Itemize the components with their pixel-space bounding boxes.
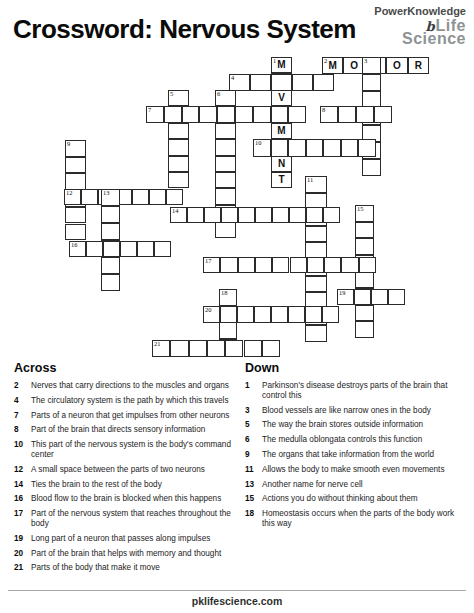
grid-cell[interactable] xyxy=(271,139,289,157)
clue-number-label: 16 xyxy=(71,242,78,249)
worksheet-page: Crossword: Nervous System PowerKnowledge… xyxy=(0,0,474,613)
grid-cell[interactable] xyxy=(220,306,237,323)
clue-item-number: 21 xyxy=(14,563,31,573)
grid-cell[interactable] xyxy=(324,257,341,273)
clue-item-number: 19 xyxy=(14,534,31,544)
grid-cell[interactable]: R xyxy=(408,57,429,74)
grid-cell[interactable] xyxy=(101,257,120,274)
clue-item: 6The medulla oblongata controls this fun… xyxy=(245,435,469,445)
grid-cell[interactable] xyxy=(362,159,381,176)
footer-divider xyxy=(8,590,466,591)
grid-cell[interactable] xyxy=(103,241,120,257)
grid-cell[interactable] xyxy=(207,340,225,357)
clue-item: 8Part of the brain that directs sensory … xyxy=(14,425,238,435)
grid-cell[interactable] xyxy=(271,306,288,323)
clue-item-text: A small space between the parts of two n… xyxy=(31,465,236,475)
grid-cell[interactable] xyxy=(149,189,166,205)
footer-site-text: pklifescience.com xyxy=(0,595,474,607)
grid-cell[interactable] xyxy=(221,207,238,223)
grid-cell[interactable] xyxy=(290,257,307,273)
clue-item-number: 8 xyxy=(14,425,31,435)
clue-number-label: 9 xyxy=(67,141,70,148)
grid-cell[interactable] xyxy=(355,321,374,338)
clue-item-text: Another name for nerve cell xyxy=(262,480,467,490)
grid-cell[interactable]: M xyxy=(271,123,292,139)
grid-cell[interactable] xyxy=(204,207,221,223)
grid-cell[interactable] xyxy=(272,207,289,223)
grid-cell[interactable] xyxy=(170,340,188,357)
clue-number-label: 15 xyxy=(357,206,364,213)
grid-cell[interactable] xyxy=(65,224,86,241)
clue-number-label: 20 xyxy=(205,307,212,314)
grid-cell[interactable] xyxy=(288,139,306,157)
grid-letter: O xyxy=(393,61,401,71)
grid-cell[interactable]: V xyxy=(271,90,292,106)
clue-item-text: Blood vessels are like narrow ones in th… xyxy=(262,406,467,416)
grid-cell[interactable] xyxy=(305,306,322,323)
clue-number-label: 13 xyxy=(103,190,110,197)
clue-item-number: 7 xyxy=(14,411,31,421)
clue-item-number: 4 xyxy=(14,396,31,406)
clue-number-label: 4 xyxy=(231,75,234,82)
grid-cell[interactable] xyxy=(237,306,254,323)
grid-cell[interactable] xyxy=(362,74,381,91)
grid-cell[interactable] xyxy=(101,223,120,240)
grid-cell[interactable] xyxy=(306,207,323,223)
grid-cell[interactable] xyxy=(262,340,280,357)
grid-cell[interactable] xyxy=(217,106,235,123)
clue-item: 16Blood flow to the brain is blocked whe… xyxy=(14,494,238,504)
grid-cell[interactable] xyxy=(244,340,262,357)
grid-cell[interactable] xyxy=(199,106,217,123)
grid-cell[interactable]: T xyxy=(271,172,292,188)
clue-item-number: 12 xyxy=(14,465,31,475)
clue-number-label: 3 xyxy=(364,58,367,65)
grid-letter: V xyxy=(278,93,285,103)
clue-item-number: 3 xyxy=(245,406,262,416)
clue-item-text: The medulla oblongata controls this func… xyxy=(262,435,467,445)
clue-item-number: 17 xyxy=(14,509,31,529)
down-clue-column: Down 1Parkinson's disease destroys parts… xyxy=(245,358,469,534)
grid-cell[interactable]: N xyxy=(271,155,292,171)
grid-cell[interactable] xyxy=(65,157,86,174)
clue-number-label: 5 xyxy=(170,91,173,98)
grid-cell[interactable] xyxy=(374,106,392,123)
grid-letter: N xyxy=(278,159,285,169)
grid-cell[interactable] xyxy=(305,325,327,342)
clue-item: 1Parkinson's disease destroys parts of t… xyxy=(245,381,469,401)
grid-cell[interactable] xyxy=(323,139,341,157)
grid-cell[interactable] xyxy=(358,139,376,157)
grid-cell[interactable] xyxy=(253,106,271,123)
grid-cell[interactable] xyxy=(182,106,200,123)
clue-number-label: 14 xyxy=(172,208,179,215)
grid-cell[interactable] xyxy=(359,257,376,273)
clue-item-number: 6 xyxy=(245,435,262,445)
grid-cell[interactable] xyxy=(338,106,356,123)
clue-item-text: Parts of a neuron that get impulses from… xyxy=(31,411,236,421)
clue-item-number: 13 xyxy=(245,480,262,490)
clue-item: 7Parts of a neuron that get impulses fro… xyxy=(14,411,238,421)
grid-cell[interactable] xyxy=(219,322,237,339)
grid-cell[interactable] xyxy=(238,207,255,223)
clue-item: 3Blood vessels are like narrow ones in t… xyxy=(245,406,469,416)
grid-cell[interactable] xyxy=(355,305,374,322)
grid-cell[interactable] xyxy=(215,188,236,204)
clue-number-label: 21 xyxy=(154,341,161,348)
clue-number-label: 6 xyxy=(217,91,220,98)
clue-item-number: 5 xyxy=(245,420,262,430)
grid-cell[interactable] xyxy=(164,106,182,123)
clue-item: 21Parts of the body that make it move xyxy=(14,563,238,573)
grid-cell[interactable] xyxy=(371,289,388,305)
clue-item-text: Actions you do without thinking about th… xyxy=(262,494,467,504)
grid-cell[interactable] xyxy=(292,74,313,91)
grid-cell[interactable] xyxy=(354,289,371,305)
clue-item-text: Nerves that carry directions to the musc… xyxy=(31,381,236,391)
down-clue-list: 1Parkinson's disease destroys parts of t… xyxy=(245,381,469,529)
clue-item: 20Part of the brain that helps with memo… xyxy=(14,549,238,559)
clue-item-number: 11 xyxy=(245,465,262,475)
clue-item-text: Parts of the body that make it move xyxy=(31,563,236,573)
clue-number-label: 11 xyxy=(307,177,313,184)
grid-cell[interactable] xyxy=(313,74,334,91)
clue-number-label: 12 xyxy=(66,190,73,197)
grid-letter: O xyxy=(350,61,358,71)
grid-cell[interactable] xyxy=(323,207,340,223)
grid-cell[interactable] xyxy=(86,241,103,257)
clue-item: 5The way the brain stores outside inform… xyxy=(245,420,469,430)
clue-item-number: 1 xyxy=(245,381,262,401)
grid-cell[interactable] xyxy=(215,172,236,188)
clue-item: 4The circulatory system is the path by w… xyxy=(14,396,238,406)
grid-cell[interactable]: O xyxy=(386,57,407,74)
clue-item: 17Part of the nervous system that reache… xyxy=(14,509,238,529)
grid-cell[interactable] xyxy=(168,123,189,139)
clue-item: 15Actions you do without thinking about … xyxy=(245,494,469,504)
across-clue-list: 2Nerves that carry directions to the mus… xyxy=(14,381,238,573)
grid-cell[interactable] xyxy=(65,207,86,224)
clue-item-text: Ties the brain to the rest of the body xyxy=(31,480,236,490)
grid-cell[interactable] xyxy=(81,189,98,205)
clue-item: 19Long part of a neuron that passes alon… xyxy=(14,534,238,544)
clue-item-number: 20 xyxy=(14,549,31,559)
clue-number-label: 19 xyxy=(339,290,346,297)
grid-cell[interactable] xyxy=(189,340,207,357)
grid-cell[interactable] xyxy=(288,306,305,323)
clue-number-label: 1 xyxy=(273,58,276,65)
grid-letter: M xyxy=(277,60,285,70)
grid-cell[interactable] xyxy=(307,257,324,273)
grid-cell[interactable] xyxy=(250,74,271,91)
across-header: Across xyxy=(14,361,238,375)
grid-cell[interactable] xyxy=(238,257,255,273)
clue-item-number: 16 xyxy=(14,494,31,504)
clue-item: 10This part of the nervous system is the… xyxy=(14,440,238,460)
grid-cell[interactable] xyxy=(272,257,289,273)
clue-item: 14Ties the brain to the rest of the body xyxy=(14,480,238,490)
grid-cell[interactable] xyxy=(305,276,327,293)
grid-cell[interactable] xyxy=(235,106,253,123)
clue-item-text: Part of the brain that directs sensory i… xyxy=(31,425,236,435)
grid-letter: M xyxy=(277,126,285,136)
clue-item-text: Part of the nervous system that reaches … xyxy=(31,509,236,529)
grid-cell[interactable] xyxy=(137,241,154,257)
grid-cell[interactable] xyxy=(220,257,237,273)
grid-cell[interactable] xyxy=(120,241,137,257)
clue-number-label: 7 xyxy=(148,107,151,114)
clue-number-label: 17 xyxy=(205,258,212,265)
grid-cell[interactable] xyxy=(101,274,120,291)
clue-number-label: 10 xyxy=(255,140,262,147)
grid-letter: M xyxy=(329,61,337,71)
clue-item: 12A small space between the parts of two… xyxy=(14,465,238,475)
grid-cell[interactable] xyxy=(255,207,272,223)
clue-item-text: Allows the body to make smooth even move… xyxy=(262,465,467,475)
clue-number-label: 2 xyxy=(324,58,327,65)
grid-cell[interactable] xyxy=(168,139,189,155)
grid-cell[interactable] xyxy=(288,106,306,123)
grid-cell[interactable] xyxy=(341,139,359,157)
clue-item-number: 18 xyxy=(245,509,262,529)
grid-cell[interactable] xyxy=(355,222,374,239)
grid-cell[interactable] xyxy=(215,123,236,139)
grid-cell[interactable] xyxy=(254,306,271,323)
clue-item-number: 14 xyxy=(14,480,31,490)
clue-item-number: 15 xyxy=(245,494,262,504)
grid-cell[interactable] xyxy=(341,257,358,273)
clue-item-number: 2 xyxy=(14,381,31,391)
grid-cell[interactable] xyxy=(355,271,374,288)
clue-item: 2Nerves that carry directions to the mus… xyxy=(14,381,238,391)
grid-cell[interactable] xyxy=(289,207,306,223)
grid-cell[interactable] xyxy=(132,189,149,205)
grid-letter: R xyxy=(415,61,422,71)
grid-cell[interactable] xyxy=(168,156,189,172)
grid-cell[interactable] xyxy=(271,106,289,123)
grid-cell[interactable] xyxy=(388,289,405,305)
clue-item-text: Blood flow to the brain is blocked when … xyxy=(31,494,236,504)
grid-cell[interactable] xyxy=(215,156,236,172)
clue-item: 13Another name for nerve cell xyxy=(245,480,469,490)
grid-cell[interactable] xyxy=(215,221,236,237)
grid-cell[interactable] xyxy=(215,139,236,155)
clue-item: 9The organs that take information from t… xyxy=(245,450,469,460)
grid-cell[interactable] xyxy=(306,139,324,157)
clue-item-text: Parkinson's disease destroys parts of th… xyxy=(262,381,467,401)
grid-cell[interactable] xyxy=(305,226,327,243)
clue-item-text: The organs that take information from th… xyxy=(262,450,467,460)
clue-item-text: Long part of a neuron that passes along … xyxy=(31,534,236,544)
grid-cell[interactable] xyxy=(65,173,86,190)
clue-number-label: 18 xyxy=(221,290,228,297)
clue-item-text: Part of the brain that helps with memory… xyxy=(31,549,236,559)
grid-cell[interactable] xyxy=(255,257,272,273)
grid-cell[interactable] xyxy=(271,74,292,91)
clue-item: 11Allows the body to make smooth even mo… xyxy=(245,465,469,475)
grid-cell[interactable] xyxy=(225,340,243,357)
grid-cell[interactable] xyxy=(166,189,183,205)
down-header: Down xyxy=(245,361,469,375)
clue-number-label: 8 xyxy=(322,107,325,114)
grid-cell[interactable] xyxy=(101,206,120,223)
clue-item-text: Homeostasis occurs when the parts of the… xyxy=(262,509,467,529)
grid-cell[interactable] xyxy=(355,238,374,255)
clue-item: 18Homeostasis occurs when the parts of t… xyxy=(245,509,469,529)
grid-cell[interactable] xyxy=(187,207,204,223)
grid-cell[interactable] xyxy=(322,306,339,323)
clue-item-text: The circulatory system is the path by wh… xyxy=(31,396,236,406)
grid-cell[interactable] xyxy=(356,106,374,123)
clue-item-number: 9 xyxy=(245,450,262,460)
clue-item-number: 10 xyxy=(14,440,31,460)
grid-cell[interactable] xyxy=(168,172,189,188)
across-clue-column: Across 2Nerves that carry directions to … xyxy=(14,358,238,578)
grid-cell[interactable] xyxy=(154,241,171,257)
grid-letter: T xyxy=(278,175,284,185)
clue-item-text: This part of the nervous system is the b… xyxy=(31,440,236,460)
clue-item-text: The way the brain stores outside informa… xyxy=(262,420,467,430)
